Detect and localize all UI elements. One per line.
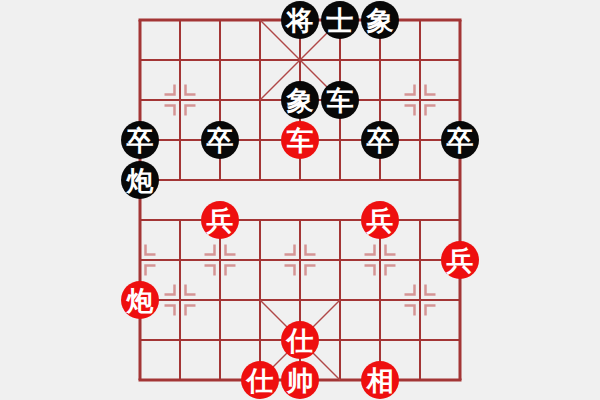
piece-black-cannon[interactable]: 炮	[121, 161, 159, 199]
piece-red-cannon[interactable]: 炮	[121, 281, 159, 319]
piece-red-advisor[interactable]: 仕	[281, 321, 319, 359]
piece-black-elephant[interactable]: 象	[281, 81, 319, 119]
piece-black-general[interactable]: 将	[281, 1, 319, 39]
piece-black-soldier[interactable]: 卒	[121, 121, 159, 159]
piece-black-chariot[interactable]: 车	[321, 81, 359, 119]
piece-red-soldier[interactable]: 兵	[361, 201, 399, 239]
piece-black-soldier[interactable]: 卒	[361, 121, 399, 159]
piece-black-elephant[interactable]: 象	[361, 1, 399, 39]
piece-red-advisor[interactable]: 仕	[241, 361, 279, 399]
piece-red-chariot[interactable]: 车	[281, 121, 319, 159]
xiangqi-board: 将士象象车卒卒车卒卒炮兵兵兵炮仕仕帅相	[0, 0, 600, 400]
piece-black-advisor[interactable]: 士	[321, 1, 359, 39]
piece-red-general[interactable]: 帅	[281, 361, 319, 399]
piece-red-soldier[interactable]: 兵	[441, 241, 479, 279]
piece-black-soldier[interactable]: 卒	[201, 121, 239, 159]
piece-red-soldier[interactable]: 兵	[201, 201, 239, 239]
piece-black-soldier[interactable]: 卒	[441, 121, 479, 159]
pieces-layer: 将士象象车卒卒车卒卒炮兵兵兵炮仕仕帅相	[120, 0, 480, 400]
piece-red-elephant[interactable]: 相	[361, 361, 399, 399]
